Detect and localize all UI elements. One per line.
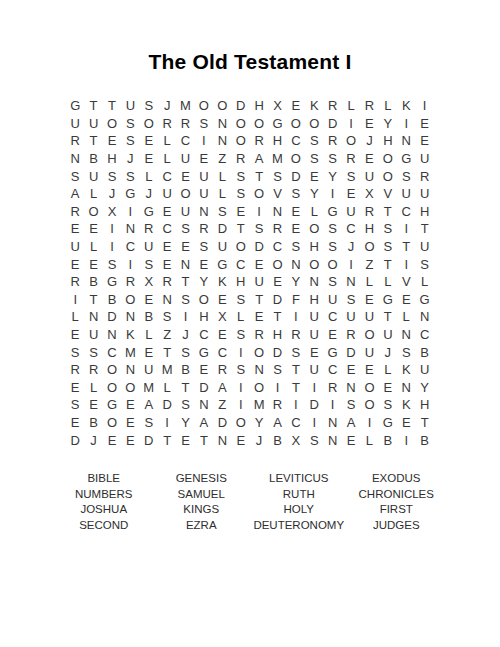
grid-cell[interactable]: S	[66, 167, 84, 185]
grid-cell[interactable]: L	[397, 308, 415, 326]
grid-cell[interactable]: E	[103, 431, 121, 449]
grid-cell[interactable]: U	[397, 185, 415, 203]
grid-cell[interactable]: N	[158, 291, 176, 309]
grid-cell[interactable]: E	[195, 150, 213, 168]
grid-cell[interactable]: E	[66, 326, 84, 344]
grid-cell[interactable]: T	[379, 203, 397, 221]
grid-cell[interactable]: L	[360, 273, 378, 291]
grid-cell[interactable]: E	[342, 431, 360, 449]
grid-cell[interactable]: B	[415, 431, 433, 449]
grid-cell[interactable]: S	[158, 308, 176, 326]
grid-cell[interactable]: E	[360, 150, 378, 168]
grid-cell[interactable]: E	[66, 414, 84, 432]
grid-cell[interactable]: B	[84, 414, 102, 432]
grid-cell[interactable]: V	[268, 185, 286, 203]
grid-cell[interactable]: B	[103, 291, 121, 309]
grid-cell[interactable]: N	[287, 255, 305, 273]
grid-cell[interactable]: O	[176, 185, 194, 203]
grid-cell[interactable]: H	[268, 326, 286, 344]
grid-cell[interactable]: E	[250, 255, 268, 273]
grid-cell[interactable]: S	[232, 326, 250, 344]
grid-cell[interactable]: I	[66, 291, 84, 309]
grid-cell[interactable]: O	[250, 185, 268, 203]
grid-cell[interactable]: N	[213, 132, 231, 150]
grid-cell[interactable]: E	[415, 132, 433, 150]
grid-cell[interactable]: I	[397, 115, 415, 133]
grid-cell[interactable]: K	[121, 326, 139, 344]
grid-cell[interactable]: L	[84, 185, 102, 203]
grid-cell[interactable]: L	[84, 379, 102, 397]
grid-cell[interactable]: I	[415, 97, 433, 115]
grid-cell[interactable]: E	[176, 167, 194, 185]
grid-cell[interactable]: T	[379, 255, 397, 273]
grid-cell[interactable]: G	[397, 150, 415, 168]
grid-cell[interactable]: J	[103, 185, 121, 203]
grid-cell[interactable]: U	[360, 343, 378, 361]
grid-cell[interactable]: X	[213, 308, 231, 326]
grid-cell[interactable]: Z	[158, 326, 176, 344]
grid-cell[interactable]: R	[195, 220, 213, 238]
grid-cell[interactable]: R	[268, 396, 286, 414]
grid-cell[interactable]: M	[140, 379, 158, 397]
grid-cell[interactable]: E	[379, 379, 397, 397]
grid-cell[interactable]: D	[268, 291, 286, 309]
grid-cell[interactable]: S	[379, 238, 397, 256]
grid-cell[interactable]: N	[66, 150, 84, 168]
grid-cell[interactable]: C	[213, 343, 231, 361]
grid-cell[interactable]: N	[195, 203, 213, 221]
grid-cell[interactable]: U	[84, 115, 102, 133]
grid-cell[interactable]: U	[213, 238, 231, 256]
grid-cell[interactable]: C	[103, 343, 121, 361]
grid-cell[interactable]: R	[176, 115, 194, 133]
grid-cell[interactable]: J	[250, 431, 268, 449]
grid-cell[interactable]: O	[121, 379, 139, 397]
grid-cell[interactable]: N	[103, 326, 121, 344]
grid-cell[interactable]: G	[268, 115, 286, 133]
grid-cell[interactable]: L	[342, 97, 360, 115]
grid-cell[interactable]: U	[140, 361, 158, 379]
grid-cell[interactable]: U	[342, 308, 360, 326]
grid-cell[interactable]: S	[103, 255, 121, 273]
grid-cell[interactable]: L	[84, 238, 102, 256]
grid-cell[interactable]: X	[287, 431, 305, 449]
grid-cell[interactable]: O	[305, 255, 323, 273]
grid-cell[interactable]: T	[415, 414, 433, 432]
grid-cell[interactable]: C	[158, 220, 176, 238]
grid-cell[interactable]: H	[415, 396, 433, 414]
grid-cell[interactable]: H	[360, 220, 378, 238]
grid-cell[interactable]: L	[379, 97, 397, 115]
grid-cell[interactable]: Y	[415, 379, 433, 397]
grid-cell[interactable]: S	[103, 167, 121, 185]
grid-cell[interactable]: U	[323, 291, 341, 309]
grid-cell[interactable]: E	[305, 167, 323, 185]
grid-cell[interactable]: I	[342, 255, 360, 273]
grid-cell[interactable]: G	[379, 291, 397, 309]
grid-cell[interactable]: T	[379, 308, 397, 326]
grid-cell[interactable]: C	[342, 220, 360, 238]
grid-cell[interactable]: N	[323, 414, 341, 432]
grid-cell[interactable]: H	[268, 132, 286, 150]
grid-cell[interactable]: I	[305, 379, 323, 397]
grid-cell[interactable]: S	[195, 238, 213, 256]
grid-cell[interactable]: R	[66, 361, 84, 379]
grid-cell[interactable]: B	[379, 431, 397, 449]
grid-cell[interactable]: S	[232, 185, 250, 203]
grid-cell[interactable]: E	[232, 431, 250, 449]
grid-cell[interactable]: B	[176, 361, 194, 379]
grid-cell[interactable]: R	[66, 132, 84, 150]
grid-cell[interactable]: T	[195, 431, 213, 449]
grid-cell[interactable]: K	[213, 273, 231, 291]
grid-cell[interactable]: R	[342, 150, 360, 168]
grid-cell[interactable]: U	[415, 238, 433, 256]
grid-cell[interactable]: C	[195, 326, 213, 344]
grid-cell[interactable]: O	[268, 255, 286, 273]
grid-cell[interactable]: R	[84, 361, 102, 379]
grid-cell[interactable]: G	[140, 203, 158, 221]
grid-cell[interactable]: O	[323, 255, 341, 273]
grid-cell[interactable]: L	[213, 167, 231, 185]
grid-cell[interactable]: J	[342, 238, 360, 256]
grid-cell[interactable]: E	[158, 238, 176, 256]
grid-cell[interactable]: K	[397, 97, 415, 115]
grid-cell[interactable]: E	[360, 291, 378, 309]
grid-cell[interactable]: O	[305, 115, 323, 133]
grid-cell[interactable]: N	[305, 273, 323, 291]
grid-cell[interactable]: U	[415, 361, 433, 379]
grid-cell[interactable]: G	[121, 185, 139, 203]
grid-cell[interactable]: K	[397, 361, 415, 379]
grid-cell[interactable]: O	[250, 115, 268, 133]
grid-cell[interactable]: I	[397, 431, 415, 449]
grid-cell[interactable]: E	[84, 396, 102, 414]
grid-cell[interactable]: Y	[305, 185, 323, 203]
grid-cell[interactable]: T	[84, 132, 102, 150]
grid-cell[interactable]: S	[379, 220, 397, 238]
grid-cell[interactable]: J	[360, 132, 378, 150]
grid-cell[interactable]: O	[360, 379, 378, 397]
grid-cell[interactable]: G	[195, 343, 213, 361]
grid-cell[interactable]: R	[415, 167, 433, 185]
grid-cell[interactable]: H	[250, 97, 268, 115]
grid-cell[interactable]: H	[232, 273, 250, 291]
grid-cell[interactable]: J	[158, 97, 176, 115]
grid-cell[interactable]: V	[397, 273, 415, 291]
grid-cell[interactable]: R	[323, 97, 341, 115]
grid-cell[interactable]: D	[103, 308, 121, 326]
grid-cell[interactable]: I	[342, 115, 360, 133]
grid-cell[interactable]: O	[360, 396, 378, 414]
grid-cell[interactable]: R	[66, 273, 84, 291]
grid-cell[interactable]: S	[232, 291, 250, 309]
grid-cell[interactable]: L	[379, 361, 397, 379]
grid-cell[interactable]: E	[232, 203, 250, 221]
grid-cell[interactable]: O	[140, 115, 158, 133]
grid-cell[interactable]: T	[250, 291, 268, 309]
grid-cell[interactable]: S	[195, 115, 213, 133]
grid-cell[interactable]: S	[140, 414, 158, 432]
grid-cell[interactable]: E	[250, 308, 268, 326]
grid-cell[interactable]: D	[232, 97, 250, 115]
grid-cell[interactable]: J	[140, 185, 158, 203]
grid-cell[interactable]: S	[176, 291, 194, 309]
grid-cell[interactable]: E	[66, 255, 84, 273]
grid-cell[interactable]: I	[121, 255, 139, 273]
grid-cell[interactable]: A	[268, 414, 286, 432]
grid-cell[interactable]: I	[305, 414, 323, 432]
grid-cell[interactable]: K	[397, 396, 415, 414]
grid-cell[interactable]: U	[195, 167, 213, 185]
grid-cell[interactable]: L	[379, 273, 397, 291]
grid-cell[interactable]: U	[176, 203, 194, 221]
grid-cell[interactable]: S	[176, 396, 194, 414]
grid-cell[interactable]: I	[121, 203, 139, 221]
grid-cell[interactable]: M	[158, 361, 176, 379]
grid-cell[interactable]: U	[176, 150, 194, 168]
grid-cell[interactable]: U	[415, 185, 433, 203]
grid-cell[interactable]: O	[250, 343, 268, 361]
grid-cell[interactable]: T	[287, 361, 305, 379]
grid-cell[interactable]: M	[121, 343, 139, 361]
grid-cell[interactable]: C	[323, 361, 341, 379]
grid-cell[interactable]: E	[103, 132, 121, 150]
grid-cell[interactable]: M	[268, 150, 286, 168]
grid-cell[interactable]: U	[342, 203, 360, 221]
grid-cell[interactable]: U	[415, 150, 433, 168]
grid-cell[interactable]: O	[232, 238, 250, 256]
grid-cell[interactable]: A	[213, 379, 231, 397]
grid-cell[interactable]: I	[397, 220, 415, 238]
grid-cell[interactable]: S	[287, 238, 305, 256]
grid-cell[interactable]: O	[213, 97, 231, 115]
grid-cell[interactable]: J	[121, 150, 139, 168]
grid-cell[interactable]: G	[103, 396, 121, 414]
grid-cell[interactable]: O	[103, 379, 121, 397]
grid-cell[interactable]: O	[103, 361, 121, 379]
grid-cell[interactable]: I	[287, 308, 305, 326]
grid-cell[interactable]: S	[66, 396, 84, 414]
grid-cell[interactable]: Z	[360, 255, 378, 273]
grid-cell[interactable]: S	[379, 396, 397, 414]
grid-cell[interactable]: D	[342, 343, 360, 361]
grid-cell[interactable]: E	[84, 255, 102, 273]
grid-cell[interactable]: G	[103, 273, 121, 291]
grid-cell[interactable]: L	[360, 431, 378, 449]
grid-cell[interactable]: G	[379, 414, 397, 432]
grid-cell[interactable]: S	[342, 167, 360, 185]
grid-cell[interactable]: B	[84, 150, 102, 168]
grid-cell[interactable]: S	[415, 255, 433, 273]
grid-cell[interactable]: B	[84, 273, 102, 291]
grid-cell[interactable]: L	[305, 203, 323, 221]
grid-cell[interactable]: S	[121, 115, 139, 133]
grid-cell[interactable]: X	[103, 203, 121, 221]
grid-cell[interactable]: R	[140, 220, 158, 238]
grid-cell[interactable]: J	[379, 343, 397, 361]
grid-cell[interactable]: S	[140, 255, 158, 273]
grid-cell[interactable]: E	[287, 220, 305, 238]
grid-cell[interactable]: O	[232, 414, 250, 432]
grid-cell[interactable]: E	[342, 185, 360, 203]
grid-cell[interactable]: N	[415, 308, 433, 326]
grid-cell[interactable]: O	[195, 291, 213, 309]
grid-cell[interactable]: O	[360, 326, 378, 344]
grid-cell[interactable]: S	[66, 343, 84, 361]
grid-cell[interactable]: S	[268, 167, 286, 185]
grid-cell[interactable]: R	[342, 326, 360, 344]
grid-cell[interactable]: D	[268, 343, 286, 361]
grid-cell[interactable]: N	[121, 308, 139, 326]
grid-cell[interactable]: C	[268, 238, 286, 256]
grid-cell[interactable]: Y	[323, 167, 341, 185]
grid-cell[interactable]: O	[250, 379, 268, 397]
grid-cell[interactable]: N	[268, 203, 286, 221]
grid-cell[interactable]: U	[360, 167, 378, 185]
grid-cell[interactable]: S	[213, 203, 231, 221]
grid-cell[interactable]: U	[305, 308, 323, 326]
grid-cell[interactable]: S	[305, 150, 323, 168]
grid-cell[interactable]: R	[250, 132, 268, 150]
grid-cell[interactable]: R	[287, 326, 305, 344]
grid-cell[interactable]: U	[66, 238, 84, 256]
grid-cell[interactable]: Y	[195, 273, 213, 291]
grid-cell[interactable]: N	[250, 361, 268, 379]
grid-cell[interactable]: G	[323, 203, 341, 221]
grid-cell[interactable]: E	[121, 431, 139, 449]
grid-cell[interactable]: E	[84, 220, 102, 238]
grid-cell[interactable]: U	[158, 185, 176, 203]
grid-cell[interactable]: O	[342, 132, 360, 150]
grid-cell[interactable]: I	[232, 396, 250, 414]
grid-cell[interactable]: D	[287, 167, 305, 185]
grid-cell[interactable]: E	[158, 203, 176, 221]
grid-cell[interactable]: E	[195, 255, 213, 273]
grid-cell[interactable]: E	[121, 414, 139, 432]
grid-cell[interactable]: N	[342, 379, 360, 397]
grid-cell[interactable]: Z	[213, 396, 231, 414]
grid-cell[interactable]: E	[360, 115, 378, 133]
grid-cell[interactable]: H	[305, 238, 323, 256]
grid-cell[interactable]: X	[140, 273, 158, 291]
grid-cell[interactable]: I	[176, 308, 194, 326]
grid-cell[interactable]: T	[84, 291, 102, 309]
grid-cell[interactable]: G	[415, 291, 433, 309]
grid-cell[interactable]: C	[323, 308, 341, 326]
grid-cell[interactable]: X	[360, 185, 378, 203]
grid-cell[interactable]: O	[121, 291, 139, 309]
grid-cell[interactable]: R	[323, 379, 341, 397]
grid-cell[interactable]: I	[287, 396, 305, 414]
grid-cell[interactable]: C	[287, 414, 305, 432]
grid-cell[interactable]: S	[176, 343, 194, 361]
grid-cell[interactable]: N	[121, 220, 139, 238]
grid-cell[interactable]: D	[305, 396, 323, 414]
grid-cell[interactable]: E	[66, 220, 84, 238]
grid-cell[interactable]: T	[287, 379, 305, 397]
grid-cell[interactable]: O	[232, 132, 250, 150]
grid-cell[interactable]: N	[323, 431, 341, 449]
grid-cell[interactable]: I	[323, 185, 341, 203]
grid-cell[interactable]: D	[66, 431, 84, 449]
grid-cell[interactable]: O	[287, 150, 305, 168]
grid-cell[interactable]: L	[158, 150, 176, 168]
grid-cell[interactable]: S	[287, 343, 305, 361]
grid-cell[interactable]: O	[360, 238, 378, 256]
grid-cell[interactable]: S	[323, 150, 341, 168]
grid-cell[interactable]: N	[121, 361, 139, 379]
grid-cell[interactable]: E	[323, 326, 341, 344]
grid-cell[interactable]: Z	[213, 150, 231, 168]
grid-cell[interactable]: U	[195, 185, 213, 203]
grid-cell[interactable]: M	[250, 396, 268, 414]
grid-cell[interactable]: T	[232, 220, 250, 238]
grid-cell[interactable]: R	[213, 361, 231, 379]
grid-cell[interactable]: S	[268, 361, 286, 379]
grid-cell[interactable]: N	[213, 115, 231, 133]
grid-cell[interactable]: F	[287, 291, 305, 309]
grid-cell[interactable]: H	[379, 132, 397, 150]
grid-cell[interactable]: N	[397, 379, 415, 397]
grid-cell[interactable]: G	[213, 255, 231, 273]
grid-cell[interactable]: V	[379, 185, 397, 203]
grid-cell[interactable]: L	[232, 308, 250, 326]
grid-cell[interactable]: U	[305, 361, 323, 379]
grid-cell[interactable]: S	[232, 361, 250, 379]
grid-cell[interactable]: E	[213, 326, 231, 344]
grid-cell[interactable]: J	[84, 431, 102, 449]
grid-cell[interactable]: S	[84, 343, 102, 361]
grid-cell[interactable]: N	[397, 326, 415, 344]
grid-cell[interactable]: T	[158, 431, 176, 449]
grid-cell[interactable]: B	[268, 431, 286, 449]
grid-cell[interactable]: K	[305, 97, 323, 115]
grid-cell[interactable]: O	[379, 167, 397, 185]
grid-cell[interactable]: E	[140, 132, 158, 150]
grid-cell[interactable]: O	[232, 115, 250, 133]
grid-cell[interactable]: U	[360, 308, 378, 326]
grid-cell[interactable]: D	[158, 396, 176, 414]
grid-cell[interactable]: O	[287, 115, 305, 133]
grid-cell[interactable]: C	[121, 238, 139, 256]
grid-cell[interactable]: A	[250, 150, 268, 168]
grid-cell[interactable]: S	[250, 220, 268, 238]
grid-cell[interactable]: R	[66, 203, 84, 221]
grid-cell[interactable]: E	[360, 361, 378, 379]
grid-cell[interactable]: M	[176, 97, 194, 115]
grid-cell[interactable]: L	[158, 379, 176, 397]
grid-cell[interactable]: L	[140, 167, 158, 185]
grid-cell[interactable]: U	[379, 326, 397, 344]
grid-cell[interactable]: L	[140, 326, 158, 344]
grid-cell[interactable]: O	[195, 97, 213, 115]
grid-cell[interactable]: L	[415, 273, 433, 291]
grid-cell[interactable]: T	[176, 273, 194, 291]
grid-cell[interactable]: H	[305, 291, 323, 309]
grid-cell[interactable]: S	[323, 238, 341, 256]
grid-cell[interactable]: A	[66, 185, 84, 203]
grid-cell[interactable]: L	[213, 185, 231, 203]
grid-cell[interactable]: U	[66, 115, 84, 133]
grid-cell[interactable]: S	[232, 167, 250, 185]
grid-cell[interactable]: T	[250, 167, 268, 185]
grid-cell[interactable]: G	[66, 97, 84, 115]
grid-cell[interactable]: D	[195, 379, 213, 397]
grid-cell[interactable]: E	[195, 361, 213, 379]
grid-cell[interactable]: B	[140, 308, 158, 326]
grid-cell[interactable]: O	[379, 150, 397, 168]
